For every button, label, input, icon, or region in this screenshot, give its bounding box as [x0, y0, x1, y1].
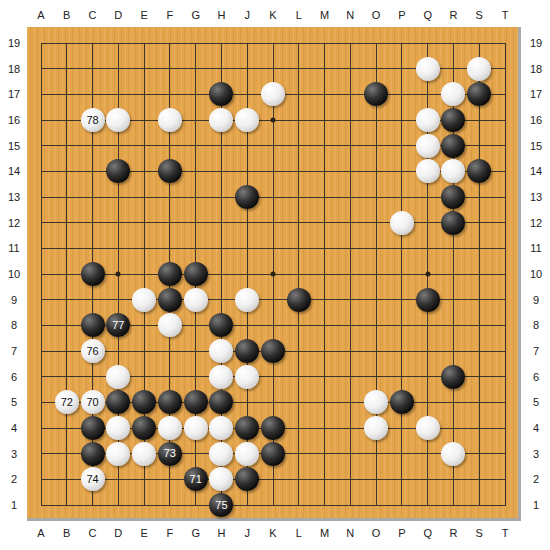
row-label-left-10: 10 [8, 268, 20, 280]
col-label-bottom-E: E [140, 527, 147, 539]
col-label-top-Q: Q [423, 9, 432, 21]
stone-black-R13[interactable] [441, 185, 465, 209]
stone-white-R17[interactable] [441, 82, 465, 106]
stone-white-Q15[interactable] [416, 134, 440, 158]
stone-black-K4[interactable] [261, 416, 285, 440]
stone-black-H8[interactable] [209, 313, 233, 337]
move-number-label: 74 [86, 474, 98, 485]
stone-black-K3[interactable] [261, 442, 285, 466]
stone-black-C10[interactable] [81, 262, 105, 286]
row-label-left-5: 5 [11, 396, 17, 408]
stone-black-D14[interactable] [106, 159, 130, 183]
grid-vline-M [324, 43, 325, 506]
col-label-bottom-F: F [167, 527, 174, 539]
col-label-top-H: H [217, 9, 225, 21]
stone-black-S14[interactable] [467, 159, 491, 183]
col-label-top-C: C [89, 9, 97, 21]
go-board-screenshot: AABBCCDDEEFFGGHHJJKKLLMMNNOOPPQQRRSSTT19… [0, 0, 550, 550]
row-label-left-7: 7 [11, 345, 17, 357]
stone-black-D5[interactable] [106, 390, 130, 414]
col-label-top-M: M [320, 9, 329, 21]
row-label-right-3: 3 [533, 448, 539, 460]
stone-white-J6[interactable] [235, 365, 259, 389]
stone-white-Q4[interactable] [416, 416, 440, 440]
stone-black-J2[interactable] [235, 467, 259, 491]
row-label-left-19: 19 [8, 37, 20, 49]
stone-white-H4[interactable] [209, 416, 233, 440]
stone-black-J7[interactable] [235, 339, 259, 363]
stone-white-F4[interactable] [158, 416, 182, 440]
row-label-right-7: 7 [533, 345, 539, 357]
stone-black-L9[interactable] [287, 288, 311, 312]
col-label-bottom-C: C [89, 527, 97, 539]
grid-vline-S [479, 43, 480, 506]
stone-white-K17[interactable] [261, 82, 285, 106]
row-label-right-13: 13 [530, 191, 542, 203]
row-label-left-15: 15 [8, 140, 20, 152]
col-label-top-E: E [140, 9, 147, 21]
stone-black-H1[interactable]: 75 [209, 493, 233, 517]
row-label-right-19: 19 [530, 37, 542, 49]
stone-white-O4[interactable] [364, 416, 388, 440]
col-label-top-S: S [476, 9, 483, 21]
col-label-top-A: A [37, 9, 44, 21]
stone-white-C5[interactable]: 70 [81, 390, 105, 414]
stone-white-G4[interactable] [184, 416, 208, 440]
stone-white-D6[interactable] [106, 365, 130, 389]
stone-black-R15[interactable] [441, 134, 465, 158]
grid-vline-N [350, 43, 351, 506]
stone-white-H3[interactable] [209, 442, 233, 466]
col-label-bottom-O: O [372, 527, 381, 539]
col-label-bottom-S: S [476, 527, 483, 539]
move-number-label: 77 [112, 320, 124, 331]
row-label-left-1: 1 [11, 499, 17, 511]
stone-black-F14[interactable] [158, 159, 182, 183]
col-label-bottom-K: K [269, 527, 276, 539]
move-number-label: 72 [61, 397, 73, 408]
col-label-top-G: G [191, 9, 200, 21]
stone-white-P12[interactable] [390, 211, 414, 235]
col-label-top-L: L [296, 9, 302, 21]
row-label-right-17: 17 [530, 88, 542, 100]
stone-black-R16[interactable] [441, 108, 465, 132]
row-label-left-6: 6 [11, 371, 17, 383]
stone-white-F16[interactable] [158, 108, 182, 132]
stone-black-S17[interactable] [467, 82, 491, 106]
col-label-bottom-D: D [114, 527, 122, 539]
move-number-label: 78 [86, 115, 98, 126]
stone-black-D8[interactable]: 77 [106, 313, 130, 337]
col-label-top-T: T [502, 9, 509, 21]
move-number-label: 73 [164, 448, 176, 459]
col-label-top-J: J [244, 9, 250, 21]
stone-white-D4[interactable] [106, 416, 130, 440]
col-label-bottom-N: N [346, 527, 354, 539]
stone-white-J16[interactable] [235, 108, 259, 132]
stone-white-C7[interactable]: 76 [81, 339, 105, 363]
stone-black-F10[interactable] [158, 262, 182, 286]
row-label-left-12: 12 [8, 217, 20, 229]
row-label-left-3: 3 [11, 448, 17, 460]
stone-white-O5[interactable] [364, 390, 388, 414]
move-number-label: 70 [86, 397, 98, 408]
stone-white-F8[interactable] [158, 313, 182, 337]
star-point-K10 [271, 272, 276, 277]
stone-black-K7[interactable] [261, 339, 285, 363]
row-label-right-8: 8 [533, 319, 539, 331]
stone-white-D16[interactable] [106, 108, 130, 132]
stone-white-J3[interactable] [235, 442, 259, 466]
col-label-bottom-P: P [398, 527, 405, 539]
col-label-bottom-Q: Q [423, 527, 432, 539]
stone-white-G9[interactable] [184, 288, 208, 312]
move-number-label: 76 [86, 346, 98, 357]
stone-white-R3[interactable] [441, 442, 465, 466]
grid-vline-P [401, 43, 402, 506]
stone-white-H2[interactable] [209, 467, 233, 491]
stone-white-H6[interactable] [209, 365, 233, 389]
stone-black-G10[interactable] [184, 262, 208, 286]
row-label-right-12: 12 [530, 217, 542, 229]
col-label-bottom-M: M [320, 527, 329, 539]
stone-black-E5[interactable] [132, 390, 156, 414]
star-point-D10 [116, 272, 121, 277]
row-label-left-14: 14 [8, 165, 20, 177]
col-label-bottom-T: T [502, 527, 509, 539]
stone-black-G2[interactable]: 71 [184, 467, 208, 491]
stone-white-D3[interactable] [106, 442, 130, 466]
col-label-top-R: R [449, 9, 457, 21]
stone-white-H7[interactable] [209, 339, 233, 363]
stone-white-J9[interactable] [235, 288, 259, 312]
stone-black-C8[interactable] [81, 313, 105, 337]
row-label-right-5: 5 [533, 396, 539, 408]
stone-white-R14[interactable] [441, 159, 465, 183]
stone-black-J13[interactable] [235, 185, 259, 209]
row-label-left-13: 13 [8, 191, 20, 203]
row-label-left-18: 18 [8, 63, 20, 75]
col-label-bottom-G: G [191, 527, 200, 539]
col-label-bottom-L: L [296, 527, 302, 539]
grid-vline-T [505, 43, 506, 506]
col-label-bottom-R: R [449, 527, 457, 539]
stone-black-G5[interactable] [184, 390, 208, 414]
col-label-top-F: F [167, 9, 174, 21]
row-label-right-16: 16 [530, 114, 542, 126]
stone-white-B5[interactable]: 72 [55, 390, 79, 414]
stone-white-E3[interactable] [132, 442, 156, 466]
row-label-right-11: 11 [530, 242, 541, 254]
row-label-right-6: 6 [533, 371, 539, 383]
row-label-right-18: 18 [530, 63, 542, 75]
row-label-right-10: 10 [530, 268, 542, 280]
stone-white-S18[interactable] [467, 57, 491, 81]
stone-white-Q14[interactable] [416, 159, 440, 183]
grid-hline-2 [41, 479, 506, 480]
grid-vline-L [298, 43, 299, 506]
row-label-right-9: 9 [533, 294, 539, 306]
stone-black-P5[interactable] [390, 390, 414, 414]
stone-black-E4[interactable] [132, 416, 156, 440]
row-label-left-17: 17 [8, 88, 20, 100]
stone-white-C16[interactable]: 78 [81, 108, 105, 132]
stone-white-Q16[interactable] [416, 108, 440, 132]
row-label-left-4: 4 [11, 422, 17, 434]
stone-white-Q18[interactable] [416, 57, 440, 81]
col-label-top-K: K [269, 9, 276, 21]
stone-black-H17[interactable] [209, 82, 233, 106]
row-label-left-2: 2 [11, 473, 17, 485]
stone-black-F5[interactable] [158, 390, 182, 414]
col-label-top-B: B [63, 9, 70, 21]
stone-black-F3[interactable]: 73 [158, 442, 182, 466]
stone-white-C2[interactable]: 74 [81, 467, 105, 491]
star-point-K16 [271, 118, 276, 123]
row-label-right-2: 2 [533, 473, 539, 485]
move-number-label: 75 [215, 500, 227, 511]
stone-black-R12[interactable] [441, 211, 465, 235]
col-label-top-O: O [372, 9, 381, 21]
row-label-right-4: 4 [533, 422, 539, 434]
row-label-left-9: 9 [11, 294, 17, 306]
row-label-left-8: 8 [11, 319, 17, 331]
col-label-bottom-J: J [244, 527, 250, 539]
col-label-bottom-A: A [37, 527, 44, 539]
row-label-right-1: 1 [533, 499, 539, 511]
row-label-left-11: 11 [8, 242, 19, 254]
stone-black-J4[interactable] [235, 416, 259, 440]
stone-black-Q9[interactable] [416, 288, 440, 312]
col-label-top-P: P [398, 9, 405, 21]
move-number-label: 71 [190, 474, 202, 485]
stone-white-E9[interactable] [132, 288, 156, 312]
row-label-right-14: 14 [530, 165, 542, 177]
star-point-Q10 [425, 272, 430, 277]
col-label-bottom-H: H [217, 527, 225, 539]
stone-black-H5[interactable] [209, 390, 233, 414]
col-label-bottom-B: B [63, 527, 70, 539]
col-label-top-D: D [114, 9, 122, 21]
col-label-top-N: N [346, 9, 354, 21]
grid-hline-1 [41, 505, 506, 506]
stone-black-R6[interactable] [441, 365, 465, 389]
stone-white-H16[interactable] [209, 108, 233, 132]
stone-black-C4[interactable] [81, 416, 105, 440]
stone-black-O17[interactable] [364, 82, 388, 106]
row-label-left-16: 16 [8, 114, 20, 126]
stone-black-F9[interactable] [158, 288, 182, 312]
stone-black-C3[interactable] [81, 442, 105, 466]
row-label-right-15: 15 [530, 140, 542, 152]
